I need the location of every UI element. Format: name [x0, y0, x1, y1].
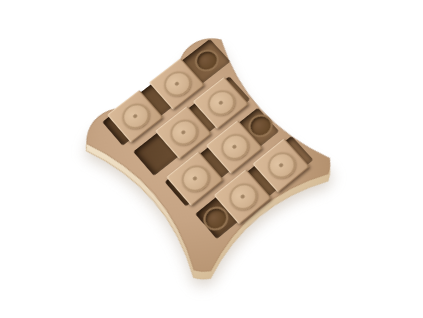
slider-knob-icon[interactable] — [215, 129, 254, 165]
treat-well — [190, 45, 223, 76]
slider-knob-icon[interactable] — [158, 66, 196, 101]
board-tracks-layer — [71, 25, 345, 288]
product-photo-background — [0, 0, 423, 318]
slider-knob-icon[interactable] — [116, 98, 154, 134]
slider-knob-icon[interactable] — [175, 160, 214, 197]
slider-knob-icon[interactable] — [164, 114, 202, 150]
slider-knob-icon[interactable] — [202, 85, 240, 120]
puzzle-board — [71, 25, 345, 288]
slider-knob-icon[interactable] — [262, 147, 301, 184]
slider-knob-icon[interactable] — [223, 178, 262, 215]
